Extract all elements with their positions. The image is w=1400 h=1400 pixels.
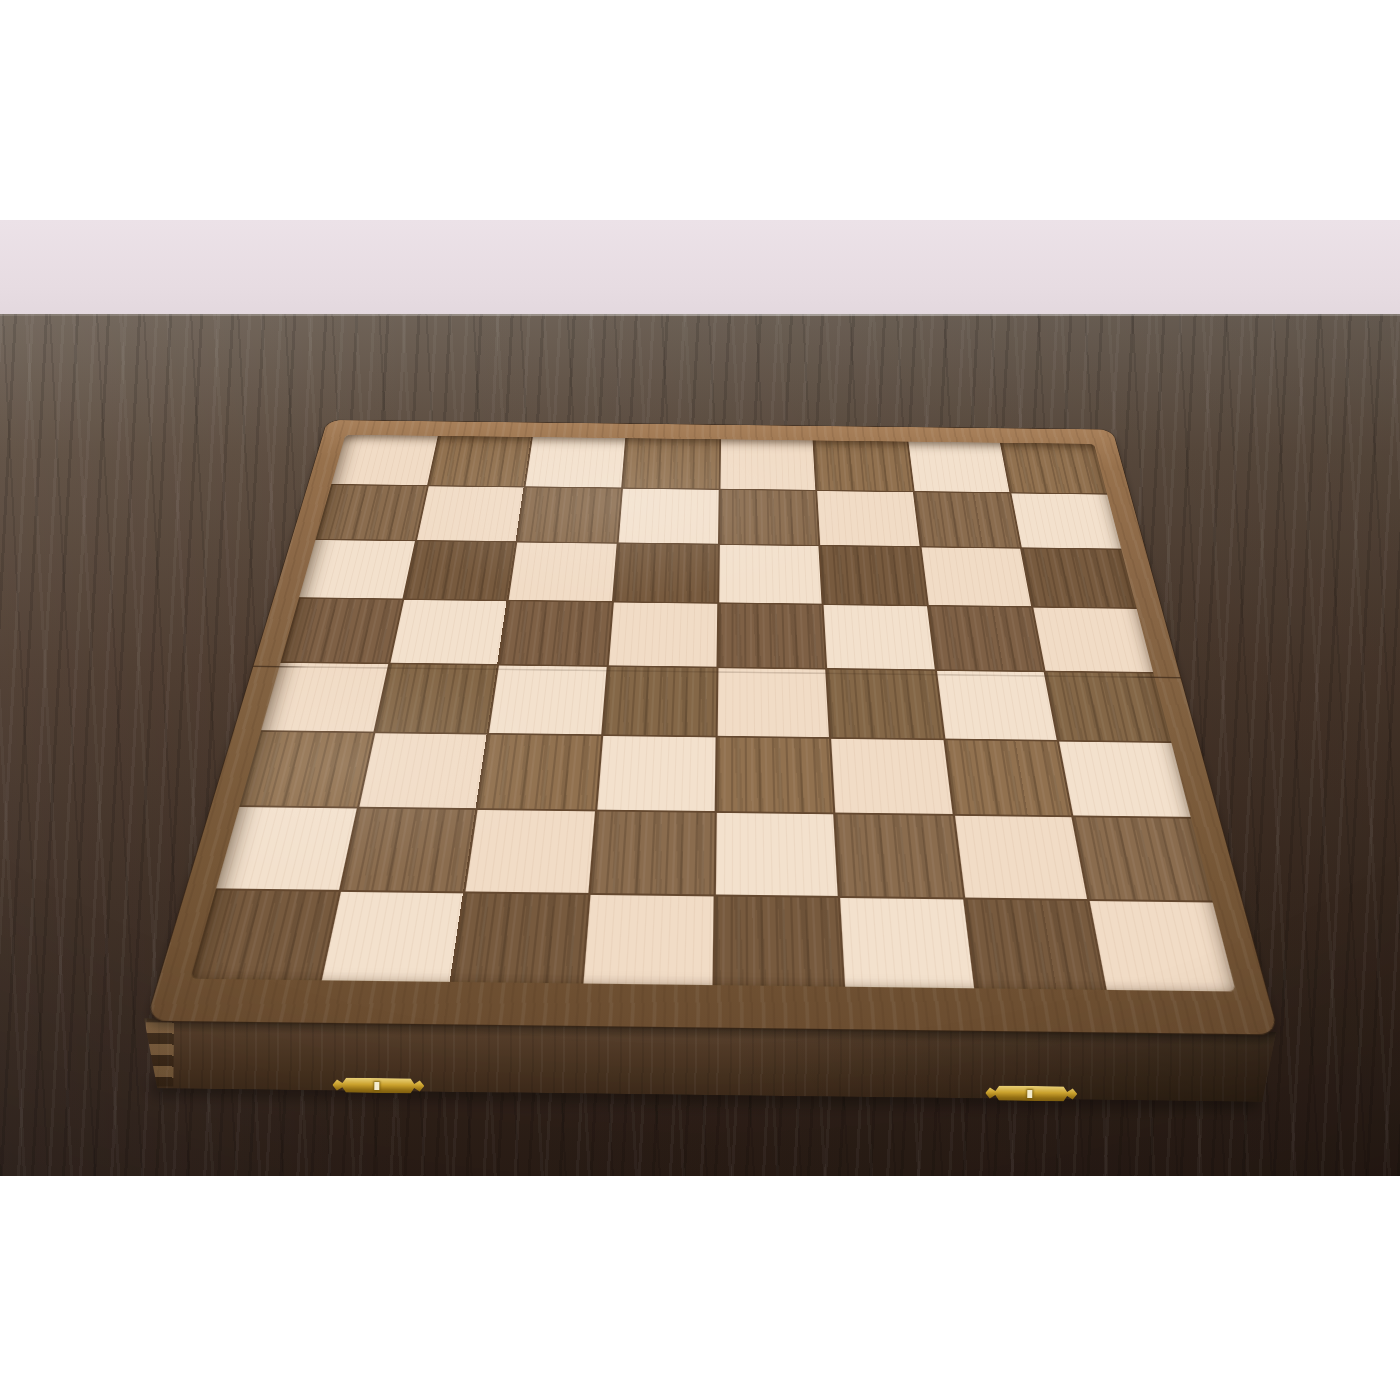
square-d7 bbox=[619, 489, 719, 544]
square-h3 bbox=[1059, 741, 1190, 817]
photograph bbox=[0, 220, 1400, 1176]
square-g5 bbox=[929, 606, 1044, 670]
clasp-slot-icon bbox=[1028, 1090, 1033, 1098]
square-e2 bbox=[715, 813, 837, 895]
square-g6 bbox=[921, 547, 1031, 606]
product-photo-canvas bbox=[0, 0, 1400, 1400]
square-c1 bbox=[452, 893, 588, 983]
square-g8 bbox=[908, 442, 1010, 493]
square-c6 bbox=[509, 542, 617, 601]
square-a4 bbox=[261, 662, 388, 731]
square-h1 bbox=[1090, 901, 1236, 992]
square-g1 bbox=[965, 899, 1105, 990]
square-d8 bbox=[623, 438, 719, 489]
square-e3 bbox=[716, 737, 833, 812]
square-d3 bbox=[597, 736, 715, 811]
square-c7 bbox=[518, 488, 621, 543]
square-b3 bbox=[359, 733, 487, 808]
square-e1 bbox=[714, 896, 843, 987]
square-b1 bbox=[321, 891, 463, 981]
square-f2 bbox=[836, 815, 963, 898]
square-g2 bbox=[955, 816, 1088, 899]
square-b8 bbox=[429, 436, 532, 487]
square-h6 bbox=[1022, 549, 1136, 608]
play-area bbox=[190, 435, 1235, 992]
finger-joints bbox=[145, 1022, 174, 1086]
square-f3 bbox=[831, 739, 952, 814]
square-a1 bbox=[190, 890, 338, 980]
square-e4 bbox=[717, 668, 829, 737]
square-f6 bbox=[820, 546, 926, 605]
square-d6 bbox=[614, 544, 718, 603]
square-c2 bbox=[466, 810, 595, 892]
square-e5 bbox=[718, 604, 825, 668]
square-a7 bbox=[316, 485, 427, 539]
square-e6 bbox=[719, 545, 822, 604]
square-d5 bbox=[609, 603, 717, 667]
square-c5 bbox=[499, 601, 611, 665]
square-f7 bbox=[817, 491, 919, 546]
brass-clasp-left bbox=[332, 1076, 424, 1094]
square-d2 bbox=[591, 812, 715, 894]
square-a6 bbox=[299, 540, 415, 599]
square-b4 bbox=[375, 664, 497, 733]
square-b6 bbox=[404, 541, 516, 600]
square-e8 bbox=[720, 439, 815, 490]
square-f1 bbox=[840, 898, 974, 989]
square-f4 bbox=[827, 669, 943, 738]
square-d4 bbox=[603, 666, 716, 735]
square-e7 bbox=[719, 490, 818, 545]
square-d1 bbox=[583, 895, 713, 986]
brass-clasp-right bbox=[985, 1084, 1077, 1102]
board-frame bbox=[147, 420, 1279, 1034]
square-f5 bbox=[824, 605, 935, 669]
square-c3 bbox=[478, 735, 601, 810]
square-a2 bbox=[216, 807, 356, 889]
square-c8 bbox=[526, 437, 625, 488]
square-a5 bbox=[281, 599, 402, 663]
square-b5 bbox=[390, 600, 507, 664]
square-g7 bbox=[915, 492, 1021, 547]
square-a3 bbox=[240, 732, 373, 807]
square-b7 bbox=[417, 487, 524, 541]
square-g4 bbox=[937, 670, 1057, 739]
square-c4 bbox=[489, 665, 606, 734]
square-g3 bbox=[945, 740, 1071, 816]
chessboard-top bbox=[147, 420, 1279, 1034]
square-h4 bbox=[1046, 672, 1171, 741]
square-h8 bbox=[1002, 443, 1107, 494]
square-h5 bbox=[1034, 608, 1153, 672]
square-a8 bbox=[331, 435, 437, 486]
square-f8 bbox=[814, 440, 912, 491]
square-h2 bbox=[1074, 817, 1212, 900]
clasp-slot-icon bbox=[375, 1082, 380, 1090]
square-b2 bbox=[341, 809, 476, 891]
chessboard-box bbox=[121, 278, 1291, 1132]
square-h7 bbox=[1012, 494, 1121, 549]
